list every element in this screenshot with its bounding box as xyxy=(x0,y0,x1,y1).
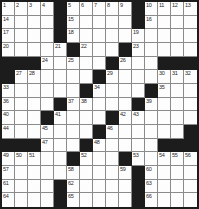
black-cell-r9c9 xyxy=(106,111,119,125)
clue-number: 11 xyxy=(159,2,164,8)
cell-r9c8[interactable] xyxy=(93,111,106,125)
cell-r9c13[interactable] xyxy=(158,111,171,125)
clue-number: 16 xyxy=(146,16,152,22)
cell-r2c1[interactable]: 14 xyxy=(2,16,15,30)
black-cell-r5c3 xyxy=(28,57,41,71)
cell-r15c14[interactable] xyxy=(171,193,184,207)
cell-r8c2[interactable] xyxy=(15,98,28,112)
black-cell-r1c11 xyxy=(132,2,145,16)
cell-r15c2[interactable] xyxy=(15,193,28,207)
clue-number: 48 xyxy=(94,139,100,145)
clue-number: 39 xyxy=(146,98,152,104)
clue-number: 15 xyxy=(68,16,74,22)
cell-r14c2[interactable] xyxy=(15,180,28,194)
clue-number: 62 xyxy=(68,180,74,186)
black-cell-r11c13 xyxy=(158,139,171,153)
cell-r10c1[interactable]: 44 xyxy=(2,125,15,139)
cell-r12c5[interactable] xyxy=(54,152,67,166)
cell-r13c14[interactable] xyxy=(171,166,184,180)
cell-r12c7[interactable]: 52 xyxy=(80,152,93,166)
cell-r11c9[interactable] xyxy=(106,139,119,153)
clue-number: 29 xyxy=(107,70,113,76)
black-cell-r11c2 xyxy=(15,139,28,153)
cell-r8c1[interactable]: 36 xyxy=(2,98,15,112)
cell-r5c11[interactable] xyxy=(132,57,145,71)
cell-r9c15[interactable] xyxy=(184,111,197,125)
black-cell-r3c5 xyxy=(54,29,67,43)
clue-number: 38 xyxy=(81,98,87,104)
cell-r6c14[interactable]: 31 xyxy=(171,70,184,84)
black-cell-r11c1 xyxy=(2,139,15,153)
black-cell-r5c15 xyxy=(184,57,197,71)
cell-r1c13[interactable]: 11 xyxy=(158,2,171,16)
clue-number: 6 xyxy=(81,2,84,8)
clue-number: 14 xyxy=(3,16,9,22)
cell-r13c4[interactable] xyxy=(41,166,54,180)
cell-r4c11[interactable]: 23 xyxy=(132,43,145,57)
cell-r13c2[interactable] xyxy=(15,166,28,180)
cell-r7c5[interactable] xyxy=(54,84,67,98)
cell-r3c4[interactable] xyxy=(41,29,54,43)
cell-r9c11[interactable]: 43 xyxy=(132,111,145,125)
cell-r1c9[interactable]: 8 xyxy=(106,2,119,16)
clue-number: 10 xyxy=(146,2,152,8)
black-cell-r14c5 xyxy=(54,180,67,194)
cell-r6c2[interactable]: 27 xyxy=(15,70,28,84)
clue-number: 35 xyxy=(159,84,165,90)
cell-r1c3[interactable]: 3 xyxy=(28,2,41,16)
clue-number: 22 xyxy=(81,43,87,49)
clue-number: 27 xyxy=(16,70,22,76)
cell-r4c12[interactable] xyxy=(145,43,158,57)
cell-r4c13[interactable] xyxy=(158,43,171,57)
black-cell-r4c6 xyxy=(67,43,80,57)
clue-number: 3 xyxy=(29,2,32,8)
cell-r6c4[interactable] xyxy=(41,70,54,84)
clue-number: 57 xyxy=(3,166,9,172)
clue-number: 18 xyxy=(68,29,74,35)
clue-number: 47 xyxy=(42,139,48,145)
clue-number: 33 xyxy=(3,84,9,90)
cell-r10c10[interactable] xyxy=(119,125,132,139)
cell-r1c15[interactable]: 13 xyxy=(184,2,197,16)
clue-number: 54 xyxy=(159,152,165,158)
cell-r15c6[interactable]: 65 xyxy=(67,193,80,207)
cell-r11c4[interactable]: 47 xyxy=(41,139,54,153)
clue-number: 64 xyxy=(3,193,9,199)
cell-r2c12[interactable]: 16 xyxy=(145,16,158,30)
black-cell-r11c14 xyxy=(171,139,184,153)
cell-r2c10[interactable] xyxy=(119,16,132,30)
cell-r14c3[interactable] xyxy=(28,180,41,194)
cell-r13c3[interactable] xyxy=(28,166,41,180)
clue-number: 42 xyxy=(120,111,126,117)
cell-r9c1[interactable]: 40 xyxy=(2,111,15,125)
clue-number: 65 xyxy=(68,193,74,199)
cell-r11c12[interactable] xyxy=(145,139,158,153)
cell-r2c3[interactable] xyxy=(28,16,41,30)
clue-number: 51 xyxy=(29,152,35,158)
cell-r13c9[interactable] xyxy=(106,166,119,180)
cell-r8c13[interactable] xyxy=(158,98,171,112)
clue-number: 1 xyxy=(3,2,6,8)
cell-r3c11[interactable]: 19 xyxy=(132,29,145,43)
cell-r2c2[interactable] xyxy=(15,16,28,30)
cell-r2c4[interactable] xyxy=(41,16,54,30)
clue-number: 45 xyxy=(42,125,48,131)
cell-r12c2[interactable]: 50 xyxy=(15,152,28,166)
cell-r12c15[interactable]: 56 xyxy=(184,152,197,166)
cell-r14c15[interactable] xyxy=(184,180,197,194)
clue-number: 2 xyxy=(16,2,19,8)
clue-number: 4 xyxy=(42,2,45,8)
cell-r1c8[interactable]: 7 xyxy=(93,2,106,16)
black-cell-r11c3 xyxy=(28,139,41,153)
black-cell-r8c11 xyxy=(132,98,145,112)
cell-r4c2[interactable] xyxy=(15,43,28,57)
cell-r4c9[interactable] xyxy=(106,43,119,57)
cell-r14c14[interactable] xyxy=(171,180,184,194)
cell-r8c10[interactable] xyxy=(119,98,132,112)
cell-r12c9[interactable] xyxy=(106,152,119,166)
black-cell-r7c7 xyxy=(80,84,93,98)
cell-r2c8[interactable] xyxy=(93,16,106,30)
cell-r6c9[interactable]: 29 xyxy=(106,70,119,84)
black-cell-r14c11 xyxy=(132,180,145,194)
clue-number: 7 xyxy=(94,2,97,8)
cell-r15c12[interactable]: 66 xyxy=(145,193,158,207)
cell-r6c13[interactable]: 30 xyxy=(158,70,171,84)
cell-r3c2[interactable] xyxy=(15,29,28,43)
cell-r5c7[interactable] xyxy=(80,57,93,71)
cell-r9c5[interactable]: 41 xyxy=(54,111,67,125)
cell-r7c2[interactable] xyxy=(15,84,28,98)
clue-number: 23 xyxy=(133,43,139,49)
cell-r11c10[interactable] xyxy=(119,139,132,153)
cell-r6c10[interactable] xyxy=(119,70,132,84)
cell-r10c11[interactable] xyxy=(132,125,145,139)
black-cell-r5c1 xyxy=(2,57,15,71)
cell-r6c3[interactable]: 28 xyxy=(28,70,41,84)
cell-r10c5[interactable] xyxy=(54,125,67,139)
cell-r1c4[interactable]: 4 xyxy=(41,2,54,16)
cell-r1c7[interactable]: 6 xyxy=(80,2,93,16)
cell-r15c7[interactable] xyxy=(80,193,93,207)
cell-r13c8[interactable] xyxy=(93,166,106,180)
cell-r8c8[interactable] xyxy=(93,98,106,112)
cell-r8c12[interactable]: 39 xyxy=(145,98,158,112)
cell-r13c5[interactable] xyxy=(54,166,67,180)
cell-r10c13[interactable] xyxy=(158,125,171,139)
cell-r8c4[interactable] xyxy=(41,98,54,112)
cell-r14c4[interactable] xyxy=(41,180,54,194)
cell-r10c9[interactable]: 46 xyxy=(106,125,119,139)
cell-r9c6[interactable] xyxy=(67,111,80,125)
black-cell-r7c12 xyxy=(145,84,158,98)
cell-r10c3[interactable] xyxy=(28,125,41,139)
cell-r7c8[interactable]: 34 xyxy=(93,84,106,98)
clue-number: 9 xyxy=(120,2,123,8)
cell-r3c9[interactable] xyxy=(106,29,119,43)
black-cell-r11c15 xyxy=(184,139,197,153)
clue-number: 5 xyxy=(68,2,71,8)
cell-r1c6[interactable]: 5 xyxy=(67,2,80,16)
cell-r15c10[interactable] xyxy=(119,193,132,207)
cell-r2c14[interactable] xyxy=(171,16,184,30)
clue-number: 28 xyxy=(29,70,35,76)
cell-r14c13[interactable] xyxy=(158,180,171,194)
cell-r3c14[interactable] xyxy=(171,29,184,43)
cell-r6c15[interactable]: 32 xyxy=(184,70,197,84)
cell-r1c14[interactable]: 12 xyxy=(171,2,184,16)
cell-r5c8[interactable] xyxy=(93,57,106,71)
cell-r3c1[interactable]: 17 xyxy=(2,29,15,43)
black-cell-r5c2 xyxy=(15,57,28,71)
cell-r15c4[interactable] xyxy=(41,193,54,207)
cell-r4c7[interactable]: 22 xyxy=(80,43,93,57)
clue-number: 24 xyxy=(42,57,48,63)
cell-r14c10[interactable] xyxy=(119,180,132,194)
cell-r13c1[interactable]: 57 xyxy=(2,166,15,180)
cell-r9c7[interactable] xyxy=(80,111,93,125)
cell-r3c15[interactable] xyxy=(184,29,197,43)
cell-r2c15[interactable] xyxy=(184,16,197,30)
cell-r8c15[interactable] xyxy=(184,98,197,112)
clue-number: 37 xyxy=(68,98,74,104)
clue-number: 13 xyxy=(185,2,191,8)
cell-r8c7[interactable]: 38 xyxy=(80,98,93,112)
black-cell-r6c8 xyxy=(93,70,106,84)
cell-r4c1[interactable]: 20 xyxy=(2,43,15,57)
clue-number: 30 xyxy=(159,70,165,76)
cell-r3c8[interactable] xyxy=(93,29,106,43)
cell-r3c13[interactable] xyxy=(158,29,171,43)
cell-r12c3[interactable]: 51 xyxy=(28,152,41,166)
black-cell-r1c5 xyxy=(54,2,67,16)
cell-r9c2[interactable] xyxy=(15,111,28,125)
cell-r7c14[interactable] xyxy=(171,84,184,98)
cell-r11c5[interactable] xyxy=(54,139,67,153)
clue-number: 40 xyxy=(3,111,9,117)
cell-r3c3[interactable] xyxy=(28,29,41,43)
cell-r1c10[interactable]: 9 xyxy=(119,2,132,16)
cell-r2c13[interactable] xyxy=(158,16,171,30)
cell-r4c15[interactable] xyxy=(184,43,197,57)
clue-number: 32 xyxy=(185,70,191,76)
cell-r9c3[interactable] xyxy=(28,111,41,125)
cell-r2c6[interactable]: 15 xyxy=(67,16,80,30)
cell-r13c12[interactable]: 60 xyxy=(145,166,158,180)
cell-r1c2[interactable]: 2 xyxy=(15,2,28,16)
cell-r10c14[interactable] xyxy=(171,125,184,139)
cell-r12c8[interactable] xyxy=(93,152,106,166)
cell-r4c8[interactable] xyxy=(93,43,106,57)
cell-r1c1[interactable]: 1 xyxy=(2,2,15,16)
cell-r7c15[interactable] xyxy=(184,84,197,98)
cell-r7c11[interactable] xyxy=(132,84,145,98)
clue-number: 59 xyxy=(120,166,126,172)
cell-r15c9[interactable] xyxy=(106,193,119,207)
cell-r6c12[interactable] xyxy=(145,70,158,84)
black-cell-r10c15 xyxy=(184,125,197,139)
black-cell-r15c5 xyxy=(54,193,67,207)
cell-r9c10[interactable]: 42 xyxy=(119,111,132,125)
black-cell-r4c10 xyxy=(119,43,132,57)
black-cell-r2c5 xyxy=(54,16,67,30)
cell-r9c14[interactable] xyxy=(171,111,184,125)
cell-r11c6[interactable] xyxy=(67,139,80,153)
cell-r8c3[interactable] xyxy=(28,98,41,112)
cell-r3c6[interactable]: 18 xyxy=(67,29,80,43)
cell-r2c7[interactable] xyxy=(80,16,93,30)
cell-r7c9[interactable] xyxy=(106,84,119,98)
cell-r12c14[interactable]: 55 xyxy=(171,152,184,166)
clue-number: 46 xyxy=(107,125,113,131)
cell-r5c4[interactable]: 24 xyxy=(41,57,54,71)
cell-r4c14[interactable] xyxy=(171,43,184,57)
cell-r8c14[interactable] xyxy=(171,98,184,112)
crossword-grid: 1234567891011121314151617181920212223242… xyxy=(0,0,199,209)
clue-number: 63 xyxy=(146,180,152,186)
cell-r3c7[interactable] xyxy=(80,29,93,43)
clue-number: 8 xyxy=(107,2,110,8)
clue-number: 17 xyxy=(3,29,9,35)
black-cell-r2c11 xyxy=(132,16,145,30)
cell-r3c12[interactable] xyxy=(145,29,158,43)
cell-r5c6[interactable]: 25 xyxy=(67,57,80,71)
cell-r13c6[interactable]: 58 xyxy=(67,166,80,180)
black-cell-r5c9 xyxy=(106,57,119,71)
black-cell-r13c11 xyxy=(132,166,145,180)
cell-r5c10[interactable]: 26 xyxy=(119,57,132,71)
cell-r15c1[interactable]: 64 xyxy=(2,193,15,207)
black-cell-r11c7 xyxy=(80,139,93,153)
cell-r14c9[interactable] xyxy=(106,180,119,194)
black-cell-r12c6 xyxy=(67,152,80,166)
cell-r8c6[interactable]: 37 xyxy=(67,98,80,112)
clue-number: 60 xyxy=(146,166,152,172)
black-cell-r9c4 xyxy=(41,111,54,125)
cell-r13c13[interactable] xyxy=(158,166,171,180)
clue-number: 44 xyxy=(3,125,9,131)
cell-r10c12[interactable] xyxy=(145,125,158,139)
cell-r10c6[interactable] xyxy=(67,125,80,139)
cell-r14c1[interactable]: 61 xyxy=(2,180,15,194)
cell-r3c10[interactable] xyxy=(119,29,132,43)
clue-number: 34 xyxy=(94,84,100,90)
cell-r9c12[interactable] xyxy=(145,111,158,125)
cell-r14c8[interactable] xyxy=(93,180,106,194)
clue-number: 20 xyxy=(3,43,9,49)
cell-r15c8[interactable] xyxy=(93,193,106,207)
clue-number: 25 xyxy=(68,57,74,63)
cell-r6c6[interactable] xyxy=(67,70,80,84)
cell-r2c9[interactable] xyxy=(106,16,119,30)
clue-number: 26 xyxy=(120,57,126,63)
cell-r4c4[interactable] xyxy=(41,43,54,57)
clue-number: 53 xyxy=(133,152,139,158)
clue-number: 41 xyxy=(55,111,61,117)
cell-r7c10[interactable] xyxy=(119,84,132,98)
black-cell-r6c1 xyxy=(2,70,15,84)
clue-number: 19 xyxy=(133,29,139,35)
black-cell-r8c5 xyxy=(54,98,67,112)
cell-r14c12[interactable]: 63 xyxy=(145,180,158,194)
cell-r13c7[interactable] xyxy=(80,166,93,180)
clue-number: 61 xyxy=(3,180,9,186)
clue-number: 52 xyxy=(81,152,87,158)
clue-number: 12 xyxy=(172,2,178,8)
cell-r10c7[interactable] xyxy=(80,125,93,139)
cell-r13c15[interactable] xyxy=(184,166,197,180)
clue-number: 36 xyxy=(3,98,9,104)
cell-r7c4[interactable] xyxy=(41,84,54,98)
black-cell-r12c10 xyxy=(119,152,132,166)
clue-number: 43 xyxy=(133,111,139,117)
cell-r12c1[interactable]: 49 xyxy=(2,152,15,166)
cell-r7c13[interactable]: 35 xyxy=(158,84,171,98)
cell-r5c5[interactable] xyxy=(54,57,67,71)
clue-number: 58 xyxy=(68,166,74,172)
cell-r12c4[interactable] xyxy=(41,152,54,166)
cell-r13c10[interactable]: 59 xyxy=(119,166,132,180)
clue-number: 21 xyxy=(55,43,61,49)
cell-r7c6[interactable] xyxy=(67,84,80,98)
black-cell-r5c13 xyxy=(158,57,171,71)
cell-r11c8[interactable]: 48 xyxy=(93,139,106,153)
cell-r15c13[interactable] xyxy=(158,193,171,207)
cell-r12c11[interactable]: 53 xyxy=(132,152,145,166)
cell-r7c1[interactable]: 33 xyxy=(2,84,15,98)
cell-r7c3[interactable] xyxy=(28,84,41,98)
cell-r10c2[interactable] xyxy=(15,125,28,139)
cell-r6c5[interactable] xyxy=(54,70,67,84)
clue-number: 49 xyxy=(3,152,9,158)
cell-r11c11[interactable] xyxy=(132,139,145,153)
cell-r1c12[interactable]: 10 xyxy=(145,2,158,16)
cell-r14c7[interactable] xyxy=(80,180,93,194)
cell-r6c7[interactable] xyxy=(80,70,93,84)
clue-number: 56 xyxy=(185,152,191,158)
black-cell-r15c11 xyxy=(132,193,145,207)
cell-r8c9[interactable] xyxy=(106,98,119,112)
cell-r10c4[interactable]: 45 xyxy=(41,125,54,139)
cell-r14c6[interactable]: 62 xyxy=(67,180,80,194)
cell-r15c3[interactable] xyxy=(28,193,41,207)
clue-number: 66 xyxy=(146,193,152,199)
cell-r15c15[interactable] xyxy=(184,193,197,207)
cell-r6c11[interactable] xyxy=(132,70,145,84)
cell-r12c12[interactable] xyxy=(145,152,158,166)
cell-r12c13[interactable]: 54 xyxy=(158,152,171,166)
cell-r4c5[interactable]: 21 xyxy=(54,43,67,57)
black-cell-r5c14 xyxy=(171,57,184,71)
clue-number: 31 xyxy=(172,70,178,76)
cell-r4c3[interactable] xyxy=(28,43,41,57)
clue-number: 55 xyxy=(172,152,178,158)
cell-r5c12[interactable] xyxy=(145,57,158,71)
clue-number: 50 xyxy=(16,152,22,158)
black-cell-r10c8 xyxy=(93,125,106,139)
